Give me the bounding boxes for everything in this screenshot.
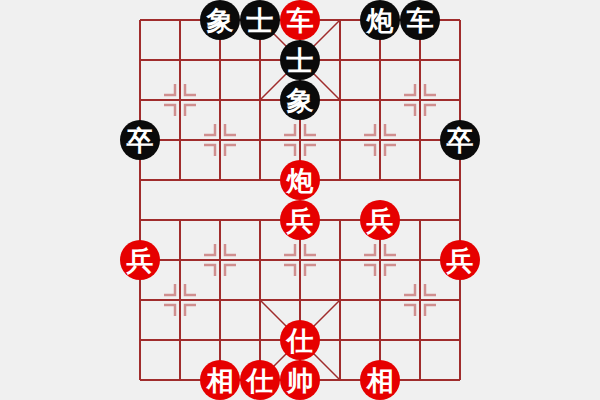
board-grid: 象士车炮车士象卒卒炮兵兵兵兵仕相仕帅相 [120, 0, 480, 400]
piece-red-elephant[interactable]: 相 [360, 360, 400, 400]
xiangqi-screen: 象士车炮车士象卒卒炮兵兵兵兵仕相仕帅相 [0, 0, 600, 400]
piece-black-chariot[interactable]: 车 [400, 0, 440, 40]
piece-red-advisor[interactable]: 仕 [240, 360, 280, 400]
piece-red-advisor[interactable]: 仕 [280, 320, 320, 360]
piece-black-cannon[interactable]: 炮 [360, 0, 400, 40]
piece-red-elephant[interactable]: 相 [200, 360, 240, 400]
piece-red-chariot[interactable]: 车 [280, 0, 320, 40]
piece-black-soldier[interactable]: 卒 [120, 120, 160, 160]
piece-red-soldier[interactable]: 兵 [440, 240, 480, 280]
piece-red-soldier[interactable]: 兵 [280, 200, 320, 240]
piece-red-cannon[interactable]: 炮 [280, 160, 320, 200]
piece-red-general[interactable]: 帅 [280, 360, 320, 400]
piece-black-soldier[interactable]: 卒 [440, 120, 480, 160]
piece-black-advisor[interactable]: 士 [240, 0, 280, 40]
piece-black-elephant[interactable]: 象 [200, 0, 240, 40]
piece-red-soldier[interactable]: 兵 [120, 240, 160, 280]
piece-black-advisor[interactable]: 士 [280, 40, 320, 80]
piece-red-soldier[interactable]: 兵 [360, 200, 400, 240]
piece-black-elephant[interactable]: 象 [280, 80, 320, 120]
